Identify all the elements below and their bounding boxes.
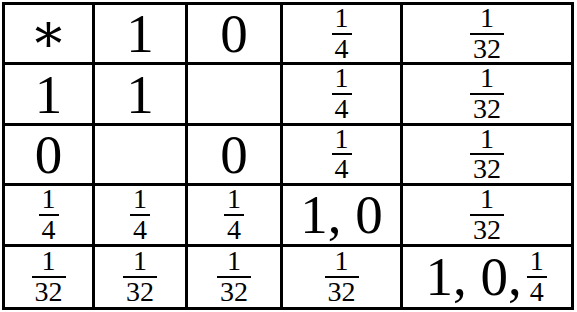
cell-r3c1: 0 xyxy=(5,126,95,186)
fraction-numerator: 1 xyxy=(40,249,58,276)
number-text: 0 xyxy=(35,127,63,182)
cell-r1c4: 14 xyxy=(283,5,403,65)
cell-r5c5: 1, 0,14 xyxy=(403,247,571,307)
star-symbol: ∗ xyxy=(30,6,67,61)
fraction: 14 xyxy=(130,187,150,242)
fraction-denominator: 4 xyxy=(130,214,150,243)
fraction-numerator: 1 xyxy=(40,187,58,214)
fraction: 132 xyxy=(325,249,359,304)
fraction: 14 xyxy=(332,6,352,61)
fraction-numerator: 1 xyxy=(225,187,243,214)
fraction-denominator: 4 xyxy=(332,33,352,62)
fraction-numerator: 1 xyxy=(131,249,149,276)
fraction: 14 xyxy=(527,249,547,304)
fraction-denominator: 32 xyxy=(470,93,504,122)
fraction-numerator: 1 xyxy=(333,66,351,93)
fraction: 14 xyxy=(332,127,352,182)
fraction-numerator: 1 xyxy=(225,249,243,276)
cell-r2c1: 1 xyxy=(5,65,95,125)
table-diagram: ∗ 1 0 14 132 1 1 14 132 0 0 14 132 14 14… xyxy=(0,0,577,312)
number-text: 1 xyxy=(126,6,154,61)
cell-r3c3: 0 xyxy=(188,126,283,186)
fraction: 132 xyxy=(470,6,504,61)
fraction-denominator: 32 xyxy=(32,276,66,305)
fraction-denominator: 32 xyxy=(470,214,504,243)
fraction-denominator: 32 xyxy=(217,276,251,305)
number-text: 1 xyxy=(126,67,154,122)
fraction-denominator: 4 xyxy=(332,93,352,122)
cell-r2c2: 1 xyxy=(95,65,188,125)
fraction: 132 xyxy=(470,187,504,242)
fraction-denominator: 4 xyxy=(224,214,244,243)
cell-r3c2 xyxy=(95,126,188,186)
fraction-denominator: 4 xyxy=(527,276,547,305)
cell-r4c2: 14 xyxy=(95,186,188,246)
number-text: 0 xyxy=(220,6,248,61)
cell-r4c3: 14 xyxy=(188,186,283,246)
cell-r5c4: 132 xyxy=(283,247,403,307)
fraction-numerator: 1 xyxy=(478,6,496,33)
fraction-denominator: 32 xyxy=(470,33,504,62)
fraction: 132 xyxy=(470,66,504,121)
fraction-denominator: 32 xyxy=(325,276,359,305)
fraction: 132 xyxy=(470,127,504,182)
fraction-numerator: 1 xyxy=(478,187,496,214)
fraction-numerator: 1 xyxy=(528,249,546,276)
fraction-denominator: 32 xyxy=(470,153,504,182)
cell-r1c3: 0 xyxy=(188,5,283,65)
cell-r2c4: 14 xyxy=(283,65,403,125)
fraction-denominator: 32 xyxy=(123,276,157,305)
fraction: 14 xyxy=(224,187,244,242)
fraction: 132 xyxy=(123,249,157,304)
number-text: 1, 0 xyxy=(300,187,383,242)
fraction: 132 xyxy=(217,249,251,304)
fraction: 132 xyxy=(32,249,66,304)
fraction: 14 xyxy=(332,66,352,121)
number-text: 0 xyxy=(220,127,248,182)
cell-r2c3 xyxy=(188,65,283,125)
value-table: ∗ 1 0 14 132 1 1 14 132 0 0 14 132 14 14… xyxy=(2,2,574,310)
fraction-numerator: 1 xyxy=(333,127,351,154)
fraction: 14 xyxy=(39,187,59,242)
cell-r5c3: 132 xyxy=(188,247,283,307)
cell-r2c5: 132 xyxy=(403,65,571,125)
number-text: 1 xyxy=(35,67,63,122)
fraction-numerator: 1 xyxy=(333,249,351,276)
number-text: 1, 0, xyxy=(425,249,521,304)
cell-r4c5: 132 xyxy=(403,186,571,246)
cell-r1c5: 132 xyxy=(403,5,571,65)
cell-r1c1: ∗ xyxy=(5,5,95,65)
cell-r3c4: 14 xyxy=(283,126,403,186)
fraction-numerator: 1 xyxy=(131,187,149,214)
fraction-numerator: 1 xyxy=(478,127,496,154)
fraction-numerator: 1 xyxy=(333,6,351,33)
cell-r5c2: 132 xyxy=(95,247,188,307)
cell-r5c1: 132 xyxy=(5,247,95,307)
cell-r4c1: 14 xyxy=(5,186,95,246)
fraction-numerator: 1 xyxy=(478,66,496,93)
cell-r1c2: 1 xyxy=(95,5,188,65)
cell-r4c4: 1, 0 xyxy=(283,186,403,246)
fraction-denominator: 4 xyxy=(332,153,352,182)
cell-r3c5: 132 xyxy=(403,126,571,186)
fraction-denominator: 4 xyxy=(39,214,59,243)
